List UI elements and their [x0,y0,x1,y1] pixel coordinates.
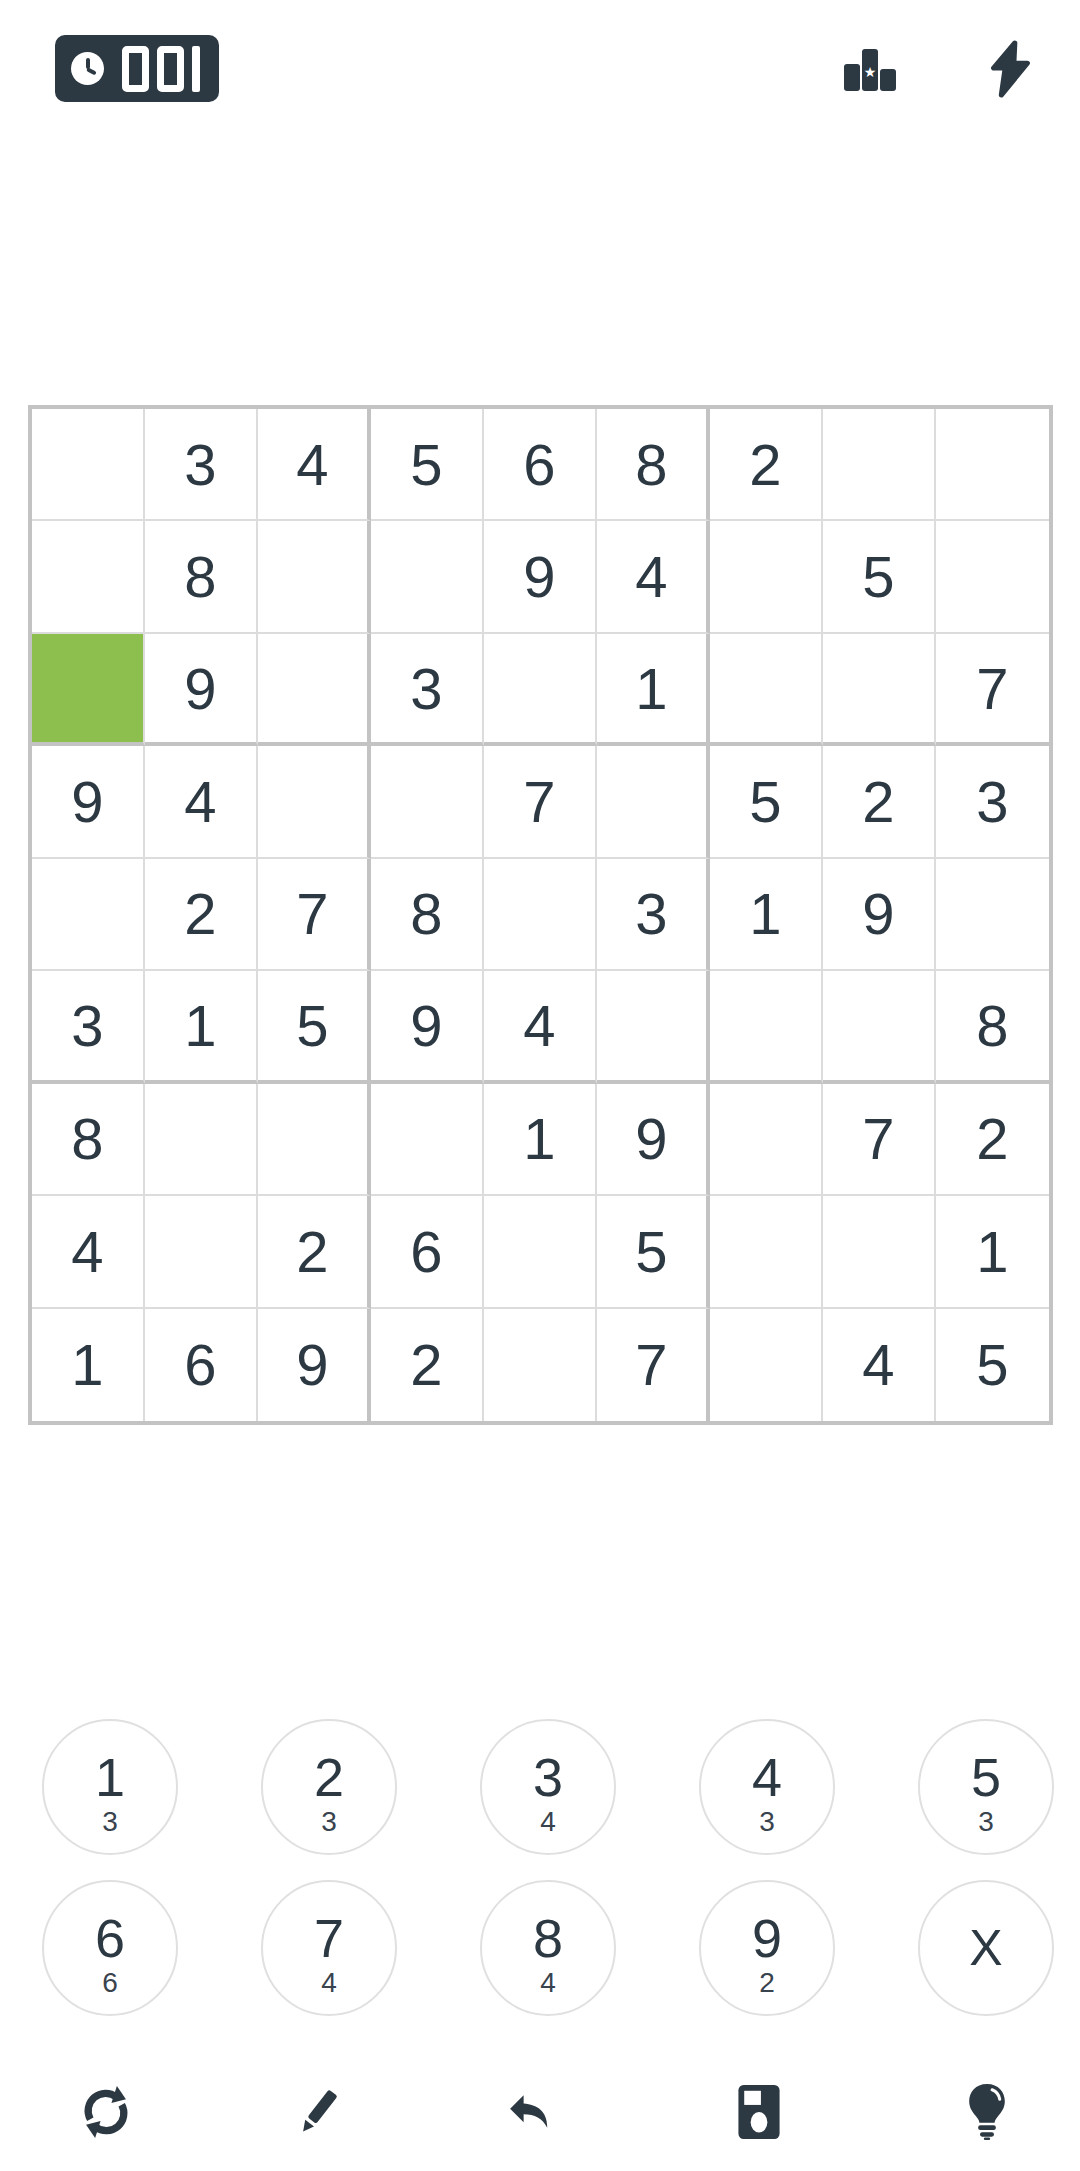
cell-r9c4[interactable]: 2 [371,1309,484,1421]
pad-remaining-count: 4 [540,1969,556,1997]
digit-button-3[interactable]: 34 [480,1719,616,1855]
podium-middle-bar: ★ [862,49,878,91]
cell-r3c8[interactable] [823,634,936,746]
timer-digit-0 [122,46,149,92]
cell-r9c8[interactable]: 4 [823,1309,936,1421]
cell-r7c5[interactable]: 1 [484,1084,597,1196]
cell-r1c7[interactable]: 2 [710,409,823,521]
cell-r4c6[interactable] [597,746,710,858]
cell-r7c6[interactable]: 9 [597,1084,710,1196]
cell-r5c7[interactable]: 1 [710,859,823,971]
pad-digit-label: 4 [752,1750,782,1804]
cell-r9c6[interactable]: 7 [597,1309,710,1421]
cell-r3c7[interactable] [710,634,823,746]
cell-r4c4[interactable] [371,746,484,858]
hint-bulb-icon [966,2084,1008,2140]
cell-r7c8[interactable]: 7 [823,1084,936,1196]
digit-button-9[interactable]: 92 [699,1880,835,2016]
podium-right-bar [880,69,896,91]
cell-r2c6[interactable]: 4 [597,521,710,633]
podium-left-bar [844,64,860,91]
cell-r9c1[interactable]: 1 [32,1309,145,1421]
cell-r4c1[interactable]: 9 [32,746,145,858]
cell-r4c7[interactable]: 5 [710,746,823,858]
cell-r4c5[interactable]: 7 [484,746,597,858]
digit-button-2[interactable]: 23 [261,1719,397,1855]
cell-r1c2[interactable]: 3 [145,409,258,521]
cell-r3c3[interactable] [258,634,371,746]
pad-digit-label: 1 [95,1750,125,1804]
pad-remaining-count: 4 [540,1808,556,1836]
cell-r2c4[interactable] [371,521,484,633]
cell-r2c5[interactable]: 9 [484,521,597,633]
cell-r7c4[interactable] [371,1084,484,1196]
cell-r6c5[interactable]: 4 [484,971,597,1083]
pad-remaining-count: 2 [759,1969,775,1997]
pad-digit-label: 7 [314,1911,344,1965]
restart-icon [77,2083,135,2141]
cell-r4c8[interactable]: 2 [823,746,936,858]
cell-r6c8[interactable] [823,971,936,1083]
pad-remaining-count: 3 [102,1808,118,1836]
cell-r5c6[interactable]: 3 [597,859,710,971]
cell-r7c3[interactable] [258,1084,371,1196]
cell-r3c6[interactable]: 1 [597,634,710,746]
cell-r7c7[interactable] [710,1084,823,1196]
cell-r6c1[interactable]: 3 [32,971,145,1083]
cell-r2c3[interactable] [258,521,371,633]
cell-r8c8[interactable] [823,1196,936,1308]
clock-hour-hand [86,67,97,75]
cell-r8c9[interactable]: 1 [936,1196,1049,1308]
cell-r5c8[interactable]: 9 [823,859,936,971]
clock-icon [71,52,104,85]
cell-r6c9[interactable]: 8 [936,971,1049,1083]
cell-r5c4[interactable]: 8 [371,859,484,971]
cell-r5c2[interactable]: 2 [145,859,258,971]
cell-r9c3[interactable]: 9 [258,1309,371,1421]
cell-r9c7[interactable] [710,1309,823,1421]
cell-r8c1[interactable]: 4 [32,1196,145,1308]
cell-r6c3[interactable]: 5 [258,971,371,1083]
pad-remaining-count: 3 [321,1808,337,1836]
erase-button[interactable]: X [918,1880,1054,2016]
save-button[interactable] [721,2074,797,2150]
cell-r5c3[interactable]: 7 [258,859,371,971]
pad-remaining-count: 3 [759,1808,775,1836]
restart-button[interactable] [68,2074,144,2150]
cell-r7c9[interactable]: 2 [936,1084,1049,1196]
cell-r1c5[interactable]: 6 [484,409,597,521]
timer-value [118,46,204,92]
cell-r3c9[interactable]: 7 [936,634,1049,746]
cell-r6c6[interactable] [597,971,710,1083]
cell-r1c1[interactable] [32,409,145,521]
cell-r7c2[interactable] [145,1084,258,1196]
flash-mode-button[interactable] [986,40,1034,98]
cell-r9c5[interactable] [484,1309,597,1421]
cell-r1c4[interactable]: 5 [371,409,484,521]
cell-r1c6[interactable]: 8 [597,409,710,521]
cell-r6c4[interactable]: 9 [371,971,484,1083]
cell-r2c2[interactable]: 8 [145,521,258,633]
pad-digit-label: 9 [752,1911,782,1965]
timer-digit-1 [192,46,200,92]
cell-r5c5[interactable] [484,859,597,971]
cell-r6c7[interactable] [710,971,823,1083]
cell-r4c9[interactable]: 3 [936,746,1049,858]
cell-r1c9[interactable] [936,409,1049,521]
digit-button-1[interactable]: 13 [42,1719,178,1855]
cell-r8c7[interactable] [710,1196,823,1308]
pad-digit-label: 8 [533,1911,563,1965]
pad-remaining-count: 3 [978,1808,994,1836]
cell-r7c1[interactable]: 8 [32,1084,145,1196]
cell-r2c7[interactable] [710,521,823,633]
star-icon: ★ [864,65,877,79]
cell-r5c1[interactable] [32,859,145,971]
digit-button-7[interactable]: 74 [261,1880,397,2016]
pad-digit-label: 5 [971,1750,1001,1804]
pad-digit-label: 6 [95,1911,125,1965]
cell-r4c2[interactable]: 4 [145,746,258,858]
timer-digit-0 [157,46,184,92]
cell-r3c2[interactable]: 9 [145,634,258,746]
pad-remaining-count: 6 [102,1969,118,1997]
digit-button-5[interactable]: 53 [918,1719,1054,1855]
pad-digit-label: 2 [314,1750,344,1804]
cell-r2c9[interactable] [936,521,1049,633]
digit-button-8[interactable]: 84 [480,1880,616,2016]
cell-r6c2[interactable]: 1 [145,971,258,1083]
cell-r8c3[interactable]: 2 [258,1196,371,1308]
cell-r3c4[interactable]: 3 [371,634,484,746]
cell-r2c1[interactable] [32,521,145,633]
undo-button[interactable] [489,2074,565,2150]
cell-r8c6[interactable]: 5 [597,1196,710,1308]
pencil-notes-button[interactable] [280,2074,356,2150]
cell-r8c2[interactable] [145,1196,258,1308]
cell-r8c5[interactable] [484,1196,597,1308]
pad-digit-label: X [969,1923,1002,1973]
timer-display [55,35,219,102]
pad-digit-label: 3 [533,1750,563,1804]
cell-r3c1[interactable] [32,634,145,746]
pencil-icon [290,2084,346,2140]
save-icon [737,2085,781,2139]
pad-remaining-count: 4 [321,1969,337,1997]
undo-icon [500,2085,554,2139]
cell-r4c3[interactable] [258,746,371,858]
digit-button-6[interactable]: 66 [42,1880,178,2016]
cell-r3c5[interactable] [484,634,597,746]
cell-r5c9[interactable] [936,859,1049,971]
cell-r9c9[interactable]: 5 [936,1309,1049,1421]
hint-button[interactable] [949,2074,1025,2150]
stats-button[interactable]: ★ [844,45,900,91]
cell-r2c8[interactable]: 5 [823,521,936,633]
cell-r1c8[interactable] [823,409,936,521]
digit-button-4[interactable]: 43 [699,1719,835,1855]
cell-r1c3[interactable]: 4 [258,409,371,521]
cell-r9c2[interactable]: 6 [145,1309,258,1421]
sudoku-board: 3456828945931794752327831931594881972426… [28,405,1053,1425]
flash-icon [986,40,1034,98]
cell-r8c4[interactable]: 6 [371,1196,484,1308]
